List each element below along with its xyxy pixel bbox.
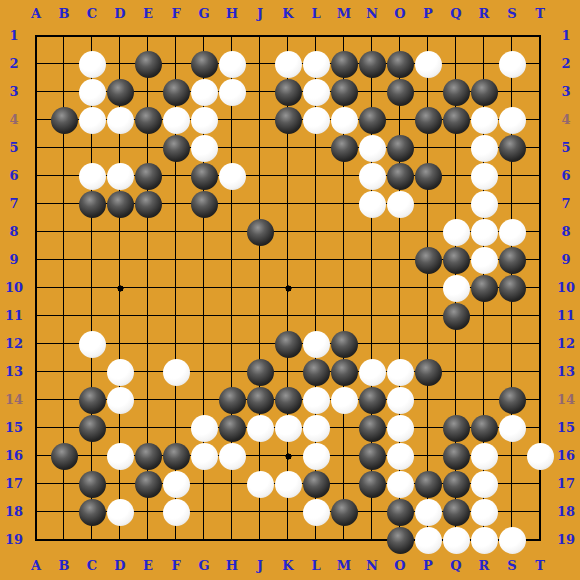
intersection-K15[interactable] [274, 414, 302, 442]
intersection-P15[interactable] [414, 414, 442, 442]
intersection-A5[interactable] [22, 134, 50, 162]
intersection-H14[interactable] [218, 386, 246, 414]
intersection-R2[interactable] [470, 50, 498, 78]
intersection-E1[interactable] [134, 22, 162, 50]
intersection-P1[interactable] [414, 22, 442, 50]
intersection-D4[interactable] [106, 106, 134, 134]
intersection-K4[interactable] [274, 106, 302, 134]
intersection-J16[interactable] [246, 442, 274, 470]
intersection-B7[interactable] [50, 190, 78, 218]
intersection-S6[interactable] [498, 162, 526, 190]
intersection-J19[interactable] [246, 526, 274, 554]
intersection-B12[interactable] [50, 330, 78, 358]
intersection-H12[interactable] [218, 330, 246, 358]
intersection-T17[interactable] [526, 470, 554, 498]
intersection-A14[interactable] [22, 386, 50, 414]
intersection-S8[interactable] [498, 218, 526, 246]
intersection-R5[interactable] [470, 134, 498, 162]
intersection-F9[interactable] [162, 246, 190, 274]
intersection-G4[interactable] [190, 106, 218, 134]
intersection-K17[interactable] [274, 470, 302, 498]
intersection-Q18[interactable] [442, 498, 470, 526]
intersection-A11[interactable] [22, 302, 50, 330]
intersection-E4[interactable] [134, 106, 162, 134]
intersection-Q10[interactable] [442, 274, 470, 302]
intersection-R13[interactable] [470, 358, 498, 386]
intersection-E18[interactable] [134, 498, 162, 526]
intersection-L6[interactable] [302, 162, 330, 190]
intersection-A13[interactable] [22, 358, 50, 386]
intersection-C13[interactable] [78, 358, 106, 386]
intersection-R16[interactable] [470, 442, 498, 470]
intersection-H5[interactable] [218, 134, 246, 162]
intersection-Q17[interactable] [442, 470, 470, 498]
intersection-S7[interactable] [498, 190, 526, 218]
intersection-S1[interactable] [498, 22, 526, 50]
intersection-A15[interactable] [22, 414, 50, 442]
intersection-F1[interactable] [162, 22, 190, 50]
intersection-P14[interactable] [414, 386, 442, 414]
intersection-Q4[interactable] [442, 106, 470, 134]
intersection-L15[interactable] [302, 414, 330, 442]
intersection-P12[interactable] [414, 330, 442, 358]
intersection-Q11[interactable] [442, 302, 470, 330]
intersection-D14[interactable] [106, 386, 134, 414]
intersection-M15[interactable] [330, 414, 358, 442]
intersection-G5[interactable] [190, 134, 218, 162]
intersection-E6[interactable] [134, 162, 162, 190]
intersection-T8[interactable] [526, 218, 554, 246]
intersection-A17[interactable] [22, 470, 50, 498]
intersection-M11[interactable] [330, 302, 358, 330]
intersection-E13[interactable] [134, 358, 162, 386]
intersection-N14[interactable] [358, 386, 386, 414]
intersection-R15[interactable] [470, 414, 498, 442]
intersection-F13[interactable] [162, 358, 190, 386]
intersection-M4[interactable] [330, 106, 358, 134]
intersection-R19[interactable] [470, 526, 498, 554]
intersection-P13[interactable] [414, 358, 442, 386]
intersection-D3[interactable] [106, 78, 134, 106]
intersection-E19[interactable] [134, 526, 162, 554]
intersection-F16[interactable] [162, 442, 190, 470]
intersection-T15[interactable] [526, 414, 554, 442]
intersection-J2[interactable] [246, 50, 274, 78]
intersection-H17[interactable] [218, 470, 246, 498]
intersection-L4[interactable] [302, 106, 330, 134]
intersection-B17[interactable] [50, 470, 78, 498]
intersection-K16[interactable] [274, 442, 302, 470]
intersection-D16[interactable] [106, 442, 134, 470]
intersection-E2[interactable] [134, 50, 162, 78]
intersection-P2[interactable] [414, 50, 442, 78]
intersection-L19[interactable] [302, 526, 330, 554]
intersection-L5[interactable] [302, 134, 330, 162]
intersection-T18[interactable] [526, 498, 554, 526]
intersection-S4[interactable] [498, 106, 526, 134]
intersection-A1[interactable] [22, 22, 50, 50]
intersection-D12[interactable] [106, 330, 134, 358]
intersection-H15[interactable] [218, 414, 246, 442]
intersection-N15[interactable] [358, 414, 386, 442]
intersection-S5[interactable] [498, 134, 526, 162]
intersection-G7[interactable] [190, 190, 218, 218]
intersection-K18[interactable] [274, 498, 302, 526]
intersection-T7[interactable] [526, 190, 554, 218]
intersection-H11[interactable] [218, 302, 246, 330]
intersection-L10[interactable] [302, 274, 330, 302]
intersection-L16[interactable] [302, 442, 330, 470]
intersection-N3[interactable] [358, 78, 386, 106]
intersection-L7[interactable] [302, 190, 330, 218]
intersection-R9[interactable] [470, 246, 498, 274]
intersection-A10[interactable] [22, 274, 50, 302]
intersection-M18[interactable] [330, 498, 358, 526]
intersection-R7[interactable] [470, 190, 498, 218]
intersection-O8[interactable] [386, 218, 414, 246]
intersection-J4[interactable] [246, 106, 274, 134]
intersection-A19[interactable] [22, 526, 50, 554]
intersection-G12[interactable] [190, 330, 218, 358]
intersection-J14[interactable] [246, 386, 274, 414]
intersection-Q7[interactable] [442, 190, 470, 218]
intersection-D9[interactable] [106, 246, 134, 274]
intersection-B11[interactable] [50, 302, 78, 330]
intersection-D5[interactable] [106, 134, 134, 162]
intersection-J6[interactable] [246, 162, 274, 190]
intersection-A3[interactable] [22, 78, 50, 106]
intersection-E11[interactable] [134, 302, 162, 330]
intersection-Q1[interactable] [442, 22, 470, 50]
intersection-E9[interactable] [134, 246, 162, 274]
intersection-F15[interactable] [162, 414, 190, 442]
intersection-L17[interactable] [302, 470, 330, 498]
intersection-N1[interactable] [358, 22, 386, 50]
intersection-F6[interactable] [162, 162, 190, 190]
intersection-N12[interactable] [358, 330, 386, 358]
intersection-G18[interactable] [190, 498, 218, 526]
intersection-O13[interactable] [386, 358, 414, 386]
intersection-M17[interactable] [330, 470, 358, 498]
intersection-F19[interactable] [162, 526, 190, 554]
intersection-J3[interactable] [246, 78, 274, 106]
intersection-E16[interactable] [134, 442, 162, 470]
intersection-R8[interactable] [470, 218, 498, 246]
intersection-R10[interactable] [470, 274, 498, 302]
intersection-M8[interactable] [330, 218, 358, 246]
intersection-T2[interactable] [526, 50, 554, 78]
intersection-H16[interactable] [218, 442, 246, 470]
intersection-R11[interactable] [470, 302, 498, 330]
intersection-F7[interactable] [162, 190, 190, 218]
intersection-B8[interactable] [50, 218, 78, 246]
intersection-G8[interactable] [190, 218, 218, 246]
intersection-A12[interactable] [22, 330, 50, 358]
intersection-O2[interactable] [386, 50, 414, 78]
intersection-H19[interactable] [218, 526, 246, 554]
intersection-J15[interactable] [246, 414, 274, 442]
intersection-Q16[interactable] [442, 442, 470, 470]
intersection-T19[interactable] [526, 526, 554, 554]
intersection-H7[interactable] [218, 190, 246, 218]
intersection-M9[interactable] [330, 246, 358, 274]
intersection-T10[interactable] [526, 274, 554, 302]
intersection-B15[interactable] [50, 414, 78, 442]
intersection-S15[interactable] [498, 414, 526, 442]
intersection-G6[interactable] [190, 162, 218, 190]
intersection-R12[interactable] [470, 330, 498, 358]
intersection-R18[interactable] [470, 498, 498, 526]
intersection-R1[interactable] [470, 22, 498, 50]
intersection-E14[interactable] [134, 386, 162, 414]
intersection-R17[interactable] [470, 470, 498, 498]
intersection-F14[interactable] [162, 386, 190, 414]
intersection-L12[interactable] [302, 330, 330, 358]
intersection-S16[interactable] [498, 442, 526, 470]
intersection-K7[interactable] [274, 190, 302, 218]
intersection-N2[interactable] [358, 50, 386, 78]
intersection-L9[interactable] [302, 246, 330, 274]
intersection-K6[interactable] [274, 162, 302, 190]
intersection-C19[interactable] [78, 526, 106, 554]
intersection-O14[interactable] [386, 386, 414, 414]
intersection-G2[interactable] [190, 50, 218, 78]
intersection-O5[interactable] [386, 134, 414, 162]
intersection-P11[interactable] [414, 302, 442, 330]
intersection-F10[interactable] [162, 274, 190, 302]
intersection-Q12[interactable] [442, 330, 470, 358]
intersection-S12[interactable] [498, 330, 526, 358]
intersection-K19[interactable] [274, 526, 302, 554]
intersection-B18[interactable] [50, 498, 78, 526]
intersection-B13[interactable] [50, 358, 78, 386]
intersection-T9[interactable] [526, 246, 554, 274]
intersection-C2[interactable] [78, 50, 106, 78]
intersection-C17[interactable] [78, 470, 106, 498]
intersection-T5[interactable] [526, 134, 554, 162]
intersection-O12[interactable] [386, 330, 414, 358]
intersection-E7[interactable] [134, 190, 162, 218]
intersection-P10[interactable] [414, 274, 442, 302]
intersection-M6[interactable] [330, 162, 358, 190]
intersection-M3[interactable] [330, 78, 358, 106]
intersection-Q3[interactable] [442, 78, 470, 106]
intersection-L2[interactable] [302, 50, 330, 78]
intersection-F18[interactable] [162, 498, 190, 526]
intersection-K3[interactable] [274, 78, 302, 106]
intersection-B1[interactable] [50, 22, 78, 50]
intersection-B4[interactable] [50, 106, 78, 134]
intersection-H1[interactable] [218, 22, 246, 50]
intersection-B3[interactable] [50, 78, 78, 106]
intersection-L11[interactable] [302, 302, 330, 330]
intersection-O19[interactable] [386, 526, 414, 554]
intersection-J12[interactable] [246, 330, 274, 358]
intersection-H13[interactable] [218, 358, 246, 386]
intersection-S11[interactable] [498, 302, 526, 330]
intersection-G16[interactable] [190, 442, 218, 470]
intersection-G9[interactable] [190, 246, 218, 274]
intersection-Q15[interactable] [442, 414, 470, 442]
intersection-D19[interactable] [106, 526, 134, 554]
intersection-P9[interactable] [414, 246, 442, 274]
intersection-N11[interactable] [358, 302, 386, 330]
intersection-H3[interactable] [218, 78, 246, 106]
intersection-C14[interactable] [78, 386, 106, 414]
intersection-O6[interactable] [386, 162, 414, 190]
intersection-A2[interactable] [22, 50, 50, 78]
intersection-K8[interactable] [274, 218, 302, 246]
intersection-S13[interactable] [498, 358, 526, 386]
intersection-T4[interactable] [526, 106, 554, 134]
intersection-T1[interactable] [526, 22, 554, 50]
intersection-M2[interactable] [330, 50, 358, 78]
intersection-T16[interactable] [526, 442, 554, 470]
intersection-T6[interactable] [526, 162, 554, 190]
intersection-N4[interactable] [358, 106, 386, 134]
intersection-Q5[interactable] [442, 134, 470, 162]
intersection-J11[interactable] [246, 302, 274, 330]
intersection-R4[interactable] [470, 106, 498, 134]
intersection-A8[interactable] [22, 218, 50, 246]
intersection-K12[interactable] [274, 330, 302, 358]
intersection-L13[interactable] [302, 358, 330, 386]
intersection-C15[interactable] [78, 414, 106, 442]
intersection-Q2[interactable] [442, 50, 470, 78]
intersection-S19[interactable] [498, 526, 526, 554]
intersection-F12[interactable] [162, 330, 190, 358]
intersection-D1[interactable] [106, 22, 134, 50]
intersection-C9[interactable] [78, 246, 106, 274]
intersection-B10[interactable] [50, 274, 78, 302]
intersection-P19[interactable] [414, 526, 442, 554]
intersection-E10[interactable] [134, 274, 162, 302]
intersection-J8[interactable] [246, 218, 274, 246]
intersection-E8[interactable] [134, 218, 162, 246]
intersection-B19[interactable] [50, 526, 78, 554]
intersection-S14[interactable] [498, 386, 526, 414]
intersection-P18[interactable] [414, 498, 442, 526]
intersection-G14[interactable] [190, 386, 218, 414]
intersection-O4[interactable] [386, 106, 414, 134]
intersection-K10[interactable] [274, 274, 302, 302]
intersection-O11[interactable] [386, 302, 414, 330]
intersection-H6[interactable] [218, 162, 246, 190]
intersection-T3[interactable] [526, 78, 554, 106]
intersection-M12[interactable] [330, 330, 358, 358]
intersection-R6[interactable] [470, 162, 498, 190]
intersection-A6[interactable] [22, 162, 50, 190]
intersection-F4[interactable] [162, 106, 190, 134]
intersection-D13[interactable] [106, 358, 134, 386]
intersection-O17[interactable] [386, 470, 414, 498]
intersection-L3[interactable] [302, 78, 330, 106]
intersection-H10[interactable] [218, 274, 246, 302]
intersection-K14[interactable] [274, 386, 302, 414]
intersection-E3[interactable] [134, 78, 162, 106]
intersection-K9[interactable] [274, 246, 302, 274]
intersection-B6[interactable] [50, 162, 78, 190]
intersection-G13[interactable] [190, 358, 218, 386]
intersection-D11[interactable] [106, 302, 134, 330]
intersection-P6[interactable] [414, 162, 442, 190]
intersection-C18[interactable] [78, 498, 106, 526]
intersection-M16[interactable] [330, 442, 358, 470]
intersection-J17[interactable] [246, 470, 274, 498]
intersection-B2[interactable] [50, 50, 78, 78]
intersection-B16[interactable] [50, 442, 78, 470]
intersection-S2[interactable] [498, 50, 526, 78]
intersection-E12[interactable] [134, 330, 162, 358]
intersection-Q6[interactable] [442, 162, 470, 190]
intersection-H2[interactable] [218, 50, 246, 78]
intersection-Q8[interactable] [442, 218, 470, 246]
intersection-R14[interactable] [470, 386, 498, 414]
intersection-C5[interactable] [78, 134, 106, 162]
intersection-S17[interactable] [498, 470, 526, 498]
intersection-P8[interactable] [414, 218, 442, 246]
intersection-T12[interactable] [526, 330, 554, 358]
intersection-G1[interactable] [190, 22, 218, 50]
intersection-N10[interactable] [358, 274, 386, 302]
intersection-C11[interactable] [78, 302, 106, 330]
intersection-F3[interactable] [162, 78, 190, 106]
intersection-D10[interactable] [106, 274, 134, 302]
intersection-J18[interactable] [246, 498, 274, 526]
intersection-N7[interactable] [358, 190, 386, 218]
intersection-E5[interactable] [134, 134, 162, 162]
intersection-C12[interactable] [78, 330, 106, 358]
intersection-H18[interactable] [218, 498, 246, 526]
intersection-J7[interactable] [246, 190, 274, 218]
intersection-K2[interactable] [274, 50, 302, 78]
intersection-G19[interactable] [190, 526, 218, 554]
intersection-G15[interactable] [190, 414, 218, 442]
intersection-C7[interactable] [78, 190, 106, 218]
intersection-J1[interactable] [246, 22, 274, 50]
intersection-M13[interactable] [330, 358, 358, 386]
intersection-O18[interactable] [386, 498, 414, 526]
intersection-O9[interactable] [386, 246, 414, 274]
intersection-N5[interactable] [358, 134, 386, 162]
intersection-L18[interactable] [302, 498, 330, 526]
intersection-S10[interactable] [498, 274, 526, 302]
intersection-O3[interactable] [386, 78, 414, 106]
intersection-O7[interactable] [386, 190, 414, 218]
intersection-B14[interactable] [50, 386, 78, 414]
intersection-R3[interactable] [470, 78, 498, 106]
intersection-H9[interactable] [218, 246, 246, 274]
intersection-Q13[interactable] [442, 358, 470, 386]
intersection-G3[interactable] [190, 78, 218, 106]
intersection-D7[interactable] [106, 190, 134, 218]
intersection-S18[interactable] [498, 498, 526, 526]
intersection-D18[interactable] [106, 498, 134, 526]
intersection-F11[interactable] [162, 302, 190, 330]
intersection-J9[interactable] [246, 246, 274, 274]
intersection-P16[interactable] [414, 442, 442, 470]
intersection-T13[interactable] [526, 358, 554, 386]
intersection-M10[interactable] [330, 274, 358, 302]
intersection-C8[interactable] [78, 218, 106, 246]
intersection-D6[interactable] [106, 162, 134, 190]
intersection-N6[interactable] [358, 162, 386, 190]
intersection-O10[interactable] [386, 274, 414, 302]
intersection-P3[interactable] [414, 78, 442, 106]
intersection-O16[interactable] [386, 442, 414, 470]
intersection-N18[interactable] [358, 498, 386, 526]
intersection-G17[interactable] [190, 470, 218, 498]
